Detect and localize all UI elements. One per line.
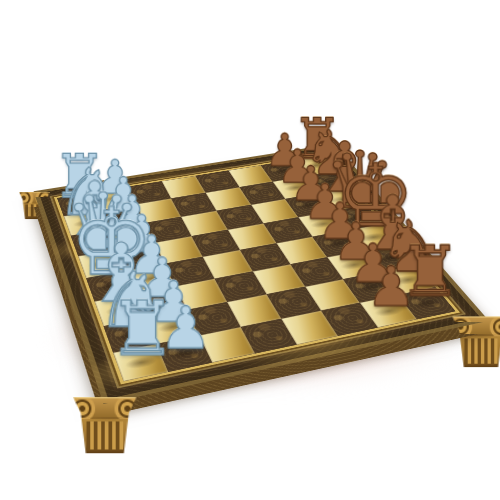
chess-set-photo: ♜♟♟♜♞♟♟♞♝♟♟♝♛♟♟♛♚♟♟♚♝♟♟♝♞♟♟♞♜♟♟♜ (0, 0, 500, 500)
white-rook-column[interactable]: ♜ (89, 291, 194, 366)
square-d5[interactable] (228, 223, 277, 250)
black-pawn-archer[interactable]: ♟ (341, 259, 440, 314)
chess-board: ♜♟♟♜♞♟♟♞♝♟♟♝♛♟♟♛♚♟♟♚♝♟♟♝♞♟♟♞♜♟♟♜ (34, 144, 489, 404)
ionic-foot-icon (73, 397, 136, 453)
square-h1[interactable]: ♜ (113, 344, 168, 381)
square-f5[interactable] (253, 264, 305, 294)
ionic-foot-icon (452, 316, 500, 367)
